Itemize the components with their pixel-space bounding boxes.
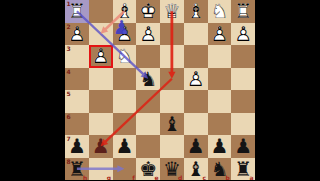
square-b2[interactable]: ♟♙ <box>208 23 232 46</box>
square-d2[interactable] <box>160 23 184 46</box>
file-label: d <box>178 174 182 180</box>
square-g6[interactable] <box>89 113 113 136</box>
square-h1[interactable]: 1♜♖ <box>65 0 89 23</box>
square-g7[interactable]: ♟ <box>89 135 113 158</box>
square-g5[interactable] <box>89 90 113 113</box>
rank-label: 5 <box>67 90 71 97</box>
square-e7[interactable] <box>136 135 160 158</box>
file-label: e <box>154 174 158 180</box>
rank-label: 2 <box>67 23 71 30</box>
square-e5[interactable] <box>136 90 160 113</box>
square-d4[interactable] <box>160 68 184 91</box>
ghost-pawn-f2: ♟ <box>113 18 130 37</box>
square-h5[interactable]: 5 <box>65 90 89 113</box>
square-f4[interactable] <box>113 68 137 91</box>
file-label: c <box>202 174 206 180</box>
white-queen[interactable]: ♛♕ <box>160 0 184 23</box>
square-f3[interactable]: ♞♘ <box>113 45 137 68</box>
square-f7[interactable]: ♟ <box>113 135 137 158</box>
square-g4[interactable] <box>89 68 113 91</box>
letterbox-right <box>255 0 320 180</box>
square-c7[interactable]: ♟ <box>184 135 208 158</box>
rank-label: 7 <box>67 135 71 142</box>
square-c6[interactable] <box>184 113 208 136</box>
square-h2[interactable]: 2♟♙ <box>65 23 89 46</box>
file-label: a <box>249 174 253 180</box>
square-b4[interactable] <box>208 68 232 91</box>
black-pawn[interactable]: ♟ <box>89 135 113 158</box>
square-b5[interactable] <box>208 90 232 113</box>
square-d5[interactable] <box>160 90 184 113</box>
black-pawn[interactable]: ♟ <box>113 135 137 158</box>
square-b1[interactable]: ♞♘ <box>208 0 232 23</box>
square-g1[interactable] <box>89 0 113 23</box>
square-d8[interactable]: d♛ <box>160 158 184 181</box>
square-b6[interactable] <box>208 113 232 136</box>
square-f5[interactable] <box>113 90 137 113</box>
square-h3[interactable]: 3 <box>65 45 89 68</box>
file-label: f <box>132 174 135 180</box>
square-a2[interactable]: ♟♙ <box>231 23 255 46</box>
square-h7[interactable]: 7♟ <box>65 135 89 158</box>
square-c1[interactable]: ♝♗ <box>184 0 208 23</box>
white-pawn[interactable]: ♟♙ <box>184 68 208 91</box>
square-e6[interactable] <box>136 113 160 136</box>
square-d6[interactable]: ♝ <box>160 113 184 136</box>
square-c8[interactable]: c♝ <box>184 158 208 181</box>
black-knight[interactable]: ♞ <box>136 68 160 91</box>
white-knight[interactable]: ♞♘ <box>208 0 232 23</box>
rank-label: 3 <box>67 45 71 52</box>
black-bishop[interactable]: ♝ <box>160 113 184 136</box>
rank-label: 4 <box>67 68 71 75</box>
square-h8[interactable]: 8h♜ <box>65 158 89 181</box>
square-b8[interactable]: b♞ <box>208 158 232 181</box>
square-a5[interactable] <box>231 90 255 113</box>
square-a3[interactable] <box>231 45 255 68</box>
square-f6[interactable] <box>113 113 137 136</box>
square-a7[interactable]: ♟ <box>231 135 255 158</box>
square-a8[interactable]: a♜ <box>231 158 255 181</box>
square-d1[interactable]: ♛♕ <box>160 0 184 23</box>
white-bishop[interactable]: ♝♗ <box>184 0 208 23</box>
square-d3[interactable] <box>160 45 184 68</box>
square-a6[interactable] <box>231 113 255 136</box>
file-label: h <box>83 174 87 180</box>
square-a1[interactable]: ♜♖ <box>231 0 255 23</box>
square-a4[interactable] <box>231 68 255 91</box>
letterbox-left <box>0 0 65 180</box>
square-e1[interactable]: ♚♔ <box>136 0 160 23</box>
black-pawn[interactable]: ♟ <box>208 135 232 158</box>
black-pawn[interactable]: ♟ <box>231 135 255 158</box>
square-g2[interactable] <box>89 23 113 46</box>
highlight-box-g3 <box>89 45 113 68</box>
square-e8[interactable]: e♚ <box>136 158 160 181</box>
square-c5[interactable] <box>184 90 208 113</box>
square-b7[interactable]: ♟ <box>208 135 232 158</box>
black-pawn[interactable]: ♟ <box>184 135 208 158</box>
square-f8[interactable]: f <box>113 158 137 181</box>
rank-label: 8 <box>67 158 71 165</box>
square-c3[interactable] <box>184 45 208 68</box>
square-c2[interactable] <box>184 23 208 46</box>
square-h4[interactable]: 4 <box>65 68 89 91</box>
square-e2[interactable]: ♟♙ <box>136 23 160 46</box>
chess-board[interactable]: 1♜♖♝♗♚♔♛♕♝♗♞♘♜♖2♟♙♟♙♟♙♟♙♟♙3♟♙♞♘4♞♟♙56♝7♟… <box>65 0 255 180</box>
square-g8[interactable]: g <box>89 158 113 181</box>
square-e3[interactable] <box>136 45 160 68</box>
white-pawn[interactable]: ♟♙ <box>231 23 255 46</box>
square-h6[interactable]: 6 <box>65 113 89 136</box>
square-c4[interactable]: ♟♙ <box>184 68 208 91</box>
square-d7[interactable] <box>160 135 184 158</box>
square-e4[interactable]: ♞ <box>136 68 160 91</box>
file-label: b <box>225 174 229 180</box>
file-label: g <box>107 174 111 180</box>
chess-app-screenshot: 1♜♖♝♗♚♔♛♕♝♗♞♘♜♖2♟♙♟♙♟♙♟♙♟♙3♟♙♞♘4♞♟♙56♝7♟… <box>0 0 320 180</box>
white-pawn[interactable]: ♟♙ <box>208 23 232 46</box>
white-king[interactable]: ♚♔ <box>136 0 160 23</box>
rank-label: 1 <box>67 0 71 7</box>
rank-label: 6 <box>67 113 71 120</box>
white-pawn[interactable]: ♟♙ <box>136 23 160 46</box>
white-knight[interactable]: ♞♘ <box>113 45 137 68</box>
square-b3[interactable] <box>208 45 232 68</box>
white-rook[interactable]: ♜♖ <box>231 0 255 23</box>
